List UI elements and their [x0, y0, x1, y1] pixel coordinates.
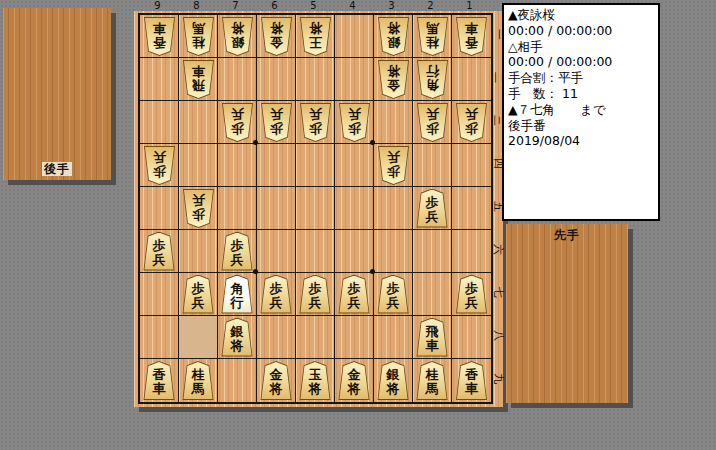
square-6-3[interactable]: 歩兵: [257, 101, 296, 144]
piece-face: 香車: [456, 18, 487, 55]
square-9-4[interactable]: 歩兵: [140, 144, 179, 187]
square-3-8[interactable]: [374, 316, 413, 359]
sente-piece-香車-19[interactable]: 香車: [455, 361, 488, 400]
square-7-6[interactable]: 歩兵: [218, 230, 257, 273]
gote-piece-桂馬-21[interactable]: 桂馬: [416, 17, 449, 56]
square-8-5[interactable]: 歩兵: [179, 187, 218, 230]
piece-face: 歩兵: [417, 190, 448, 227]
sente-piece-歩兵-37[interactable]: 歩兵: [377, 275, 410, 314]
piece-face: 金将: [339, 362, 370, 399]
piece-face: 歩兵: [300, 104, 331, 141]
square-3-7[interactable]: 歩兵: [374, 273, 413, 316]
piece-face: 桂馬: [183, 18, 214, 55]
square-7-7[interactable]: 角行: [218, 273, 257, 316]
square-2-9[interactable]: 桂馬: [413, 359, 452, 402]
square-7-9[interactable]: [218, 359, 257, 402]
square-4-1[interactable]: [335, 15, 374, 58]
piece-face: 金将: [261, 18, 292, 55]
square-9-3[interactable]: [140, 101, 179, 144]
square-7-8[interactable]: 銀将: [218, 316, 257, 359]
hoshi-dot: [253, 140, 258, 145]
square-4-2[interactable]: [335, 58, 374, 101]
square-4-5[interactable]: [335, 187, 374, 230]
file-label-3: 3: [372, 0, 411, 11]
square-1-2[interactable]: [452, 58, 491, 101]
rank-label-9: 九: [492, 357, 504, 400]
sente-clock: 00:00 / 00:00:00: [508, 23, 656, 39]
piece-face: 歩兵: [378, 276, 409, 313]
sente-piece-歩兵-67[interactable]: 歩兵: [260, 275, 293, 314]
square-5-4[interactable]: [296, 144, 335, 187]
gote-piece-歩兵-13[interactable]: 歩兵: [455, 103, 488, 142]
piece-face: 銀将: [378, 362, 409, 399]
sente-piece-桂馬-89[interactable]: 桂馬: [182, 361, 215, 400]
square-2-4[interactable]: [413, 144, 452, 187]
square-1-5[interactable]: [452, 187, 491, 230]
turn-indicator-text: 後手番: [508, 118, 656, 134]
piece-face: 銀将: [378, 18, 409, 55]
square-3-6[interactable]: [374, 230, 413, 273]
rank-label-8: 八: [492, 314, 504, 357]
gote-piece-香車-11[interactable]: 香車: [455, 17, 488, 56]
gote-piece-歩兵-34[interactable]: 歩兵: [377, 146, 410, 185]
gote-piece-角行-22[interactable]: 角行: [416, 60, 449, 99]
sente-piece-銀将-78[interactable]: 銀将: [221, 318, 254, 357]
square-3-1[interactable]: 銀将: [374, 15, 413, 58]
square-2-6[interactable]: [413, 230, 452, 273]
piece-face: 王将: [300, 18, 331, 55]
file-label-7: 7: [216, 0, 255, 11]
last-move-text: ▲７七角 まで: [508, 102, 656, 118]
sente-piece-歩兵-87[interactable]: 歩兵: [182, 275, 215, 314]
sente-piece-歩兵-57[interactable]: 歩兵: [299, 275, 332, 314]
sente-piece-玉将-59[interactable]: 玉将: [299, 361, 332, 400]
gote-piece-飛車-82[interactable]: 飛車: [182, 60, 215, 99]
square-6-4[interactable]: [257, 144, 296, 187]
file-label-1: 1: [450, 0, 489, 11]
square-8-1[interactable]: 桂馬: [179, 15, 218, 58]
square-6-9[interactable]: 金将: [257, 359, 296, 402]
square-8-9[interactable]: 桂馬: [179, 359, 218, 402]
gote-piece-stand[interactable]: 後手: [3, 8, 111, 180]
sente-piece-銀将-39[interactable]: 銀将: [377, 361, 410, 400]
game-info-panel: ▲夜詠桜 00:00 / 00:00:00 △相手 00:00 / 00:00:…: [502, 3, 660, 221]
sente-piece-歩兵-76[interactable]: 歩兵: [221, 232, 254, 271]
move-count-text: 手 数： 11: [508, 86, 656, 102]
sente-piece-金将-69[interactable]: 金将: [260, 361, 293, 400]
piece-face: 香車: [144, 362, 175, 399]
piece-face: 歩兵: [261, 276, 292, 313]
file-label-5: 5: [294, 0, 333, 11]
square-1-9[interactable]: 香車: [452, 359, 491, 402]
square-8-4[interactable]: [179, 144, 218, 187]
square-9-8[interactable]: [140, 316, 179, 359]
square-7-5[interactable]: [218, 187, 257, 230]
piece-face: 歩兵: [456, 276, 487, 313]
piece-face: 桂馬: [417, 18, 448, 55]
square-5-7[interactable]: 歩兵: [296, 273, 335, 316]
square-3-2[interactable]: 金将: [374, 58, 413, 101]
square-1-1[interactable]: 香車: [452, 15, 491, 58]
square-3-4[interactable]: 歩兵: [374, 144, 413, 187]
gote-piece-金将-32[interactable]: 金将: [377, 60, 410, 99]
piece-face: 歩兵: [417, 104, 448, 141]
square-5-5[interactable]: [296, 187, 335, 230]
square-8-7[interactable]: 歩兵: [179, 273, 218, 316]
gote-clock: 00:00 / 00:00:00: [508, 54, 656, 70]
piece-face: 歩兵: [261, 104, 292, 141]
shogi-board: 香車桂馬銀将金将王将銀将桂馬香車飛車金将角行歩兵歩兵歩兵歩兵歩兵歩兵歩兵歩兵歩兵…: [134, 11, 503, 407]
piece-face: 歩兵: [300, 276, 331, 313]
square-5-1[interactable]: 王将: [296, 15, 335, 58]
piece-face: 飛車: [183, 61, 214, 98]
square-9-9[interactable]: 香車: [140, 359, 179, 402]
square-1-7[interactable]: 歩兵: [452, 273, 491, 316]
gote-piece-歩兵-85[interactable]: 歩兵: [182, 189, 215, 228]
rank-label-7: 七: [492, 271, 504, 314]
square-4-8[interactable]: [335, 316, 374, 359]
rank-label-6: 六: [492, 228, 504, 271]
sente-player-name: ▲夜詠桜: [508, 7, 656, 23]
hoshi-dot: [253, 269, 258, 274]
piece-face: 香車: [144, 18, 175, 55]
square-7-4[interactable]: [218, 144, 257, 187]
piece-face: 銀将: [222, 18, 253, 55]
square-8-6[interactable]: [179, 230, 218, 273]
square-1-8[interactable]: [452, 316, 491, 359]
sente-piece-歩兵-96[interactable]: 歩兵: [143, 232, 176, 271]
piece-face: 歩兵: [339, 276, 370, 313]
piece-face: 歩兵: [144, 233, 175, 270]
square-1-6[interactable]: [452, 230, 491, 273]
square-7-3[interactable]: 歩兵: [218, 101, 257, 144]
sente-piece-飛車-28[interactable]: 飛車: [416, 318, 449, 357]
hoshi-dot: [370, 140, 375, 145]
piece-face: 歩兵: [378, 147, 409, 184]
piece-face: 角行: [222, 276, 253, 313]
file-label-6: 6: [255, 0, 294, 11]
square-6-2[interactable]: [257, 58, 296, 101]
piece-face: 金将: [378, 61, 409, 98]
square-9-7[interactable]: [140, 273, 179, 316]
gote-piece-歩兵-43[interactable]: 歩兵: [338, 103, 371, 142]
piece-face: 玉将: [300, 362, 331, 399]
piece-face: 桂馬: [417, 362, 448, 399]
square-9-5[interactable]: [140, 187, 179, 230]
square-5-2[interactable]: [296, 58, 335, 101]
square-6-1[interactable]: 金将: [257, 15, 296, 58]
piece-face: 飛車: [417, 319, 448, 356]
gote-piece-桂馬-81[interactable]: 桂馬: [182, 17, 215, 56]
piece-face: 歩兵: [222, 104, 253, 141]
square-8-2[interactable]: 飛車: [179, 58, 218, 101]
square-1-3[interactable]: 歩兵: [452, 101, 491, 144]
piece-face: 歩兵: [183, 276, 214, 313]
square-5-3[interactable]: 歩兵: [296, 101, 335, 144]
piece-face: 歩兵: [183, 190, 214, 227]
square-5-8[interactable]: [296, 316, 335, 359]
gote-piece-歩兵-23[interactable]: 歩兵: [416, 103, 449, 142]
square-7-1[interactable]: 銀将: [218, 15, 257, 58]
piece-face: 歩兵: [456, 104, 487, 141]
gote-piece-王将-51[interactable]: 王将: [299, 17, 332, 56]
gote-stand-label: 後手: [3, 161, 111, 178]
square-6-8[interactable]: [257, 316, 296, 359]
gote-piece-銀将-31[interactable]: 銀将: [377, 17, 410, 56]
square-9-6[interactable]: 歩兵: [140, 230, 179, 273]
sente-piece-角行-77[interactable]: 角行: [221, 275, 254, 314]
file-label-8: 8: [177, 0, 216, 11]
sente-piece-歩兵-47[interactable]: 歩兵: [338, 275, 371, 314]
square-8-3[interactable]: [179, 101, 218, 144]
square-2-5[interactable]: 歩兵: [413, 187, 452, 230]
file-label-9: 9: [138, 0, 177, 11]
sente-piece-stand[interactable]: 先手: [506, 224, 628, 403]
gote-piece-銀将-71[interactable]: 銀将: [221, 17, 254, 56]
gote-piece-歩兵-53[interactable]: 歩兵: [299, 103, 332, 142]
square-5-9[interactable]: 玉将: [296, 359, 335, 402]
shogi-app-window: 後手 987654321 香車桂馬銀将金将王将銀将桂馬香車飛車金将角行歩兵歩兵歩…: [0, 0, 716, 450]
square-2-3[interactable]: 歩兵: [413, 101, 452, 144]
piece-face: 歩兵: [222, 233, 253, 270]
square-4-7[interactable]: 歩兵: [335, 273, 374, 316]
sente-piece-香車-99[interactable]: 香車: [143, 361, 176, 400]
square-4-4[interactable]: [335, 144, 374, 187]
gote-piece-金将-61[interactable]: 金将: [260, 17, 293, 56]
piece-face: 香車: [456, 362, 487, 399]
handicap-text: 手合割：平手: [508, 70, 656, 86]
square-5-6[interactable]: [296, 230, 335, 273]
sente-piece-歩兵-25[interactable]: 歩兵: [416, 189, 449, 228]
square-3-5[interactable]: [374, 187, 413, 230]
gote-piece-香車-91[interactable]: 香車: [143, 17, 176, 56]
square-3-3[interactable]: [374, 101, 413, 144]
square-6-7[interactable]: 歩兵: [257, 273, 296, 316]
game-date: 2019/08/04: [508, 133, 656, 149]
file-label-2: 2: [411, 0, 450, 11]
board-grid: 香車桂馬銀将金将王将銀将桂馬香車飛車金将角行歩兵歩兵歩兵歩兵歩兵歩兵歩兵歩兵歩兵…: [138, 13, 493, 404]
gote-piece-歩兵-94[interactable]: 歩兵: [143, 146, 176, 185]
square-3-9[interactable]: 銀将: [374, 359, 413, 402]
gote-piece-歩兵-63[interactable]: 歩兵: [260, 103, 293, 142]
sente-piece-金将-49[interactable]: 金将: [338, 361, 371, 400]
sente-piece-桂馬-29[interactable]: 桂馬: [416, 361, 449, 400]
file-label-4: 4: [333, 0, 372, 11]
hoshi-dot: [370, 269, 375, 274]
square-4-3[interactable]: 歩兵: [335, 101, 374, 144]
square-1-4[interactable]: [452, 144, 491, 187]
square-4-6[interactable]: [335, 230, 374, 273]
piece-face: 歩兵: [339, 104, 370, 141]
piece-face: 歩兵: [144, 147, 175, 184]
square-2-8[interactable]: 飛車: [413, 316, 452, 359]
square-9-2[interactable]: [140, 58, 179, 101]
square-9-1[interactable]: 香車: [140, 15, 179, 58]
square-4-9[interactable]: 金将: [335, 359, 374, 402]
gote-piece-歩兵-73[interactable]: 歩兵: [221, 103, 254, 142]
square-2-1[interactable]: 桂馬: [413, 15, 452, 58]
sente-piece-歩兵-17[interactable]: 歩兵: [455, 275, 488, 314]
piece-face: 角行: [417, 61, 448, 98]
square-8-8[interactable]: [179, 316, 218, 359]
square-6-6[interactable]: [257, 230, 296, 273]
square-2-7[interactable]: [413, 273, 452, 316]
piece-face: 銀将: [222, 319, 253, 356]
square-2-2[interactable]: 角行: [413, 58, 452, 101]
square-7-2[interactable]: [218, 58, 257, 101]
piece-face: 桂馬: [183, 362, 214, 399]
gote-player-name: △相手: [508, 39, 656, 55]
piece-face: 金将: [261, 362, 292, 399]
sente-stand-label: 先手: [506, 227, 628, 244]
square-6-5[interactable]: [257, 187, 296, 230]
